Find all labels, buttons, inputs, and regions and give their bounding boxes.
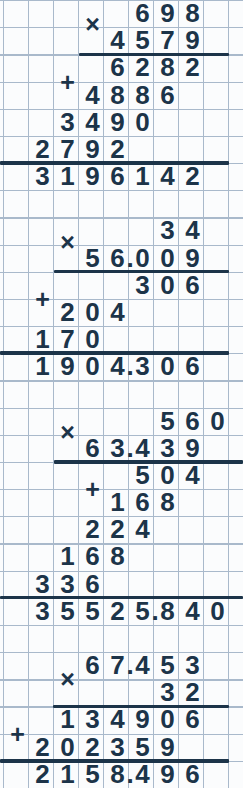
- digit-cell: 6: [80, 571, 105, 598]
- digit-cell: 2: [30, 761, 55, 788]
- digit-cell: 1: [55, 706, 80, 733]
- digit-cell: 4: [155, 163, 180, 190]
- digit-cell: 0: [80, 353, 105, 380]
- digit-cell: 1: [130, 163, 155, 190]
- digit-cell: 1: [55, 761, 80, 788]
- digit-cell: 7: [55, 136, 80, 163]
- plus-sign: +: [5, 721, 30, 748]
- digit-cell: 2: [180, 54, 205, 81]
- digit-cell: 5: [130, 27, 155, 54]
- digit-cell: 6: [105, 54, 130, 81]
- digit-cell: 6: [180, 272, 205, 299]
- sum-line: [0, 161, 229, 165]
- digit-cell: 5: [80, 598, 105, 625]
- digit-cell: 9: [180, 245, 205, 272]
- digit-cell: 7: [155, 27, 180, 54]
- digit-cell: 2: [105, 136, 130, 163]
- sum-line: [0, 351, 229, 355]
- digit-cell: 0: [205, 408, 230, 435]
- worksheet-grid: 698×45796282+488634902792319614234×56.00…: [0, 0, 243, 788]
- digit-cell: 9: [155, 734, 180, 761]
- digit-cell: 5: [155, 652, 180, 679]
- digit-cell: 4: [130, 516, 155, 543]
- plus-sign: +: [80, 476, 105, 503]
- digit-cell: 0: [155, 706, 180, 733]
- digit-cell: 9: [80, 136, 105, 163]
- multiply-sign: ×: [55, 229, 80, 256]
- digit-cell: 3: [155, 217, 180, 244]
- digit-cell: 6: [155, 82, 180, 109]
- digit-cell: 4: [130, 652, 155, 679]
- digit-cell: 2: [105, 598, 130, 625]
- digit-cell: 6: [130, 0, 155, 27]
- digit-cell: 1: [55, 163, 80, 190]
- digit-cell: 0: [155, 245, 180, 272]
- digit-cell: 5: [155, 408, 180, 435]
- digit-cell: 0: [55, 734, 80, 761]
- digit-cell: 9: [180, 27, 205, 54]
- digit-cell: 4: [180, 462, 205, 489]
- digit-cell: 8: [155, 54, 180, 81]
- digit-cell: 4: [105, 706, 130, 733]
- multiply-sign: ×: [55, 419, 80, 446]
- digit-cell: 6: [180, 706, 205, 733]
- digit-cell: 9: [155, 0, 180, 27]
- plus-sign: +: [55, 69, 80, 96]
- digit-cell: 3: [30, 163, 55, 190]
- digit-cell: 2: [80, 734, 105, 761]
- sum-line: [54, 460, 243, 464]
- digit-cell: 5: [80, 761, 105, 788]
- digit-cell: 5: [130, 462, 155, 489]
- digit-cell: 6: [180, 353, 205, 380]
- sum-line: [54, 270, 229, 274]
- digit-cell: 4: [105, 27, 130, 54]
- digit-cell: 3: [105, 734, 130, 761]
- digit-cell: 3: [155, 435, 180, 462]
- digit-cell: 1: [105, 489, 130, 516]
- sum-line: [0, 596, 243, 600]
- digit-cell: 9: [55, 353, 80, 380]
- digit-cell: 8: [105, 82, 130, 109]
- digit-cell: 5: [130, 734, 155, 761]
- sum-line: [79, 53, 229, 57]
- digit-cell: 8: [105, 543, 130, 570]
- digit-cell: 2: [180, 679, 205, 706]
- digit-cell: 6: [180, 408, 205, 435]
- digit-cell: 0: [155, 462, 180, 489]
- digit-cell: 3: [180, 652, 205, 679]
- digit-cell: 9: [130, 706, 155, 733]
- digit-cell: 0: [130, 245, 155, 272]
- digit-cell: 3: [30, 571, 55, 598]
- digit-cell: 2: [55, 299, 80, 326]
- digit-cell: 0: [155, 272, 180, 299]
- digit-cell: 9: [80, 163, 105, 190]
- digit-cell: 4: [130, 435, 155, 462]
- digit-cell: 5: [55, 598, 80, 625]
- digit-cell: 0: [155, 353, 180, 380]
- digit-cell: 0: [130, 109, 155, 136]
- digit-cell: 1: [30, 326, 55, 353]
- multiply-sign: ×: [80, 11, 105, 38]
- digit-cell: 9: [180, 435, 205, 462]
- digit-cell: 2: [30, 136, 55, 163]
- digit-cell: 3: [130, 353, 155, 380]
- digit-cell: 3: [130, 272, 155, 299]
- digit-cell: 6: [130, 489, 155, 516]
- digit-cell: 4: [105, 299, 130, 326]
- digit-cell: 6: [80, 543, 105, 570]
- digit-cell: 3: [55, 571, 80, 598]
- digit-cell: 7: [55, 326, 80, 353]
- digit-cell: 3: [80, 706, 105, 733]
- digit-cell: 8: [155, 489, 180, 516]
- digit-cell: 5: [80, 245, 105, 272]
- digit-cell: 2: [80, 516, 105, 543]
- digit-cell: 4: [180, 217, 205, 244]
- digit-cell: 3: [30, 598, 55, 625]
- sum-line: [53, 705, 229, 709]
- digit-cell: 3: [55, 109, 80, 136]
- digit-cell: 8: [130, 82, 155, 109]
- digit-cell: 6: [80, 435, 105, 462]
- digit-cell: 2: [130, 54, 155, 81]
- digit-cell: 6: [80, 652, 105, 679]
- digit-cell: 1: [30, 353, 55, 380]
- digit-cell: 4: [80, 82, 105, 109]
- digit-cell: 4: [130, 761, 155, 788]
- multiply-sign: ×: [55, 666, 80, 693]
- digit-cell: 1: [55, 543, 80, 570]
- digit-cell: 9: [155, 761, 180, 788]
- digit-cell: 2: [180, 163, 205, 190]
- digit-cell: 4: [80, 109, 105, 136]
- digit-cell: 0: [80, 326, 105, 353]
- digit-cell: 6: [105, 163, 130, 190]
- digit-cell: 9: [105, 109, 130, 136]
- digit-cell: 4: [180, 598, 205, 625]
- sum-line: [0, 759, 229, 763]
- plus-sign: +: [30, 286, 55, 313]
- digit-cell: 6: [180, 761, 205, 788]
- digit-cell: 2: [105, 516, 130, 543]
- digit-cell: 0: [80, 299, 105, 326]
- digit-cell: 0: [205, 598, 230, 625]
- digit-cell: 2: [30, 734, 55, 761]
- digit-cell: 8: [155, 598, 180, 625]
- digit-cell: 3: [155, 679, 180, 706]
- digit-cell: 8: [180, 0, 205, 27]
